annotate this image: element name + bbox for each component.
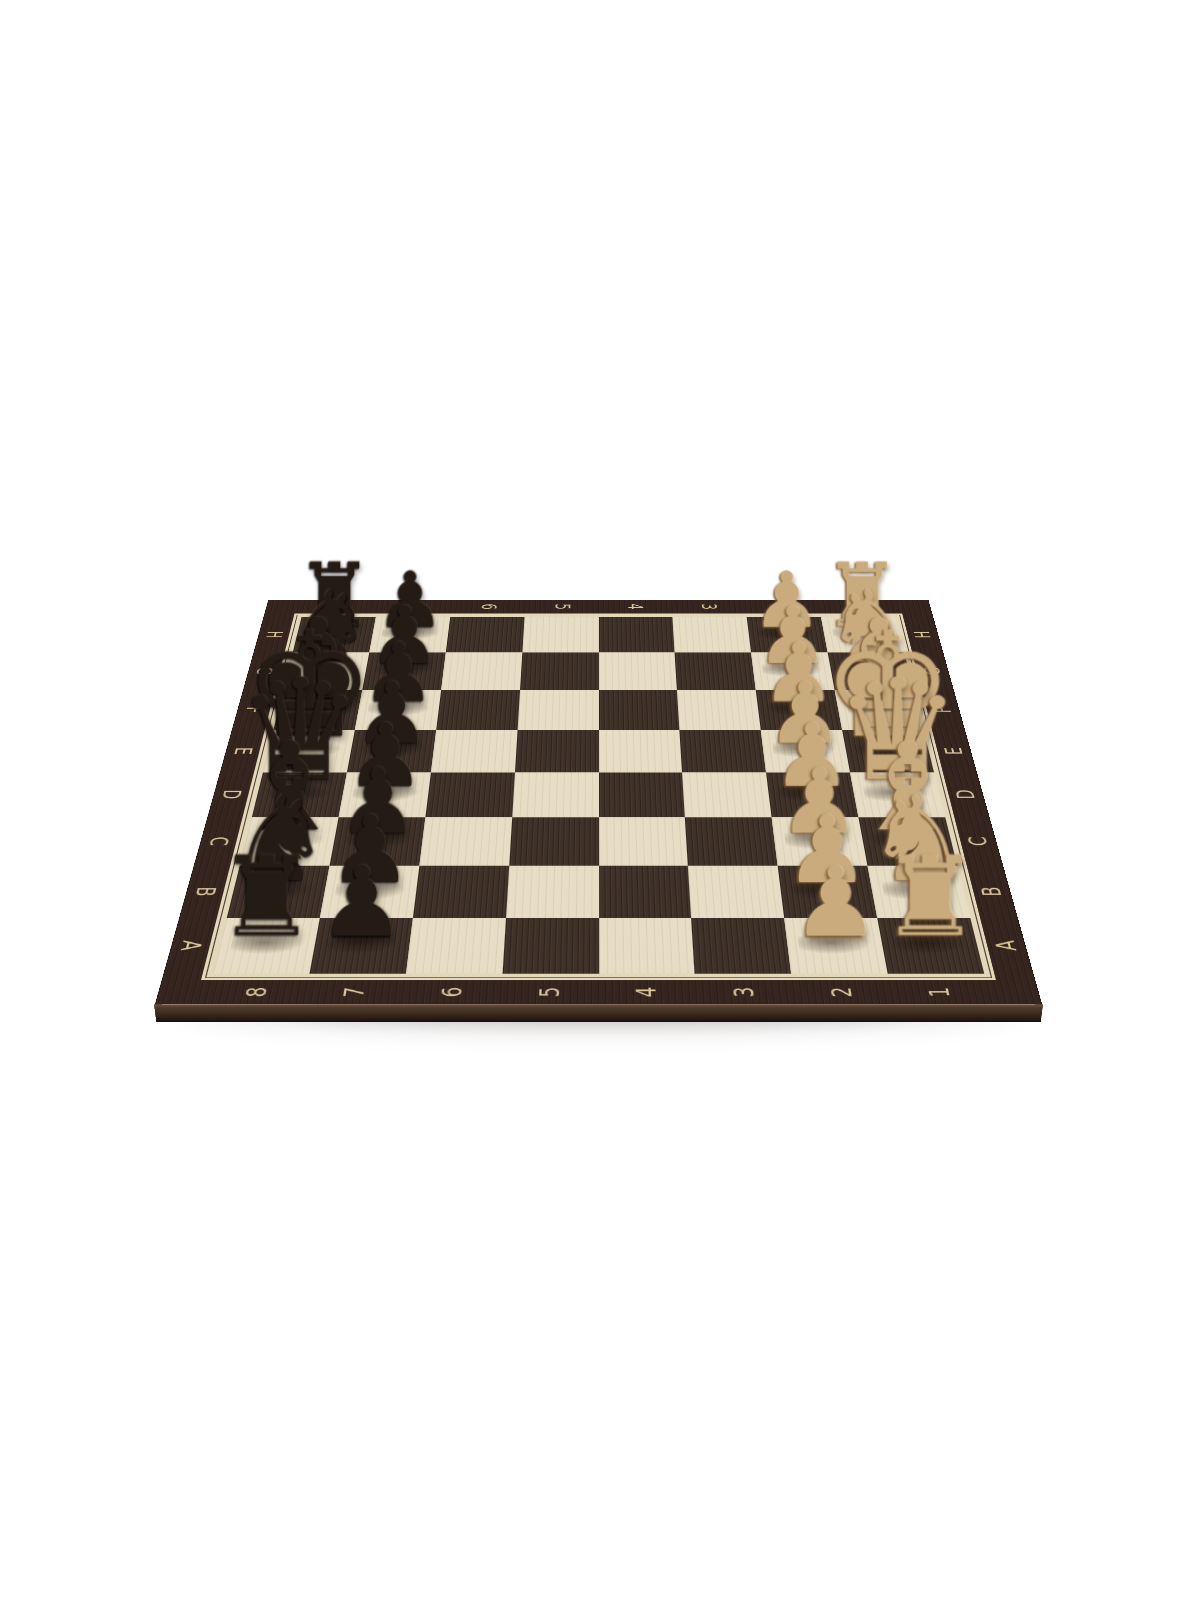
square-e5 [515, 730, 599, 772]
board-side-near [154, 1004, 1043, 1022]
square-b3 [688, 866, 784, 918]
rank-label-near-7: 7 [340, 987, 368, 997]
file-label-right-b: B [978, 887, 1006, 897]
square-g4 [598, 652, 677, 690]
square-c4 [599, 818, 689, 866]
square-a4 [599, 918, 695, 974]
piece-white-rook-a1: ♜ [881, 846, 980, 948]
square-e3 [680, 730, 767, 772]
square-f3 [677, 690, 761, 730]
square-a1: ♜ [877, 918, 984, 974]
square-a8: ♜ [213, 918, 320, 974]
rank-label-near-8: 8 [243, 987, 272, 997]
rank-label-near-4: 4 [634, 987, 661, 997]
square-a3 [691, 918, 791, 974]
rank-label-near-2: 2 [828, 987, 856, 997]
rank-label-near-1: 1 [926, 987, 955, 997]
file-label-left-a: A [176, 940, 205, 950]
square-f4 [598, 690, 679, 730]
square-d5 [512, 772, 599, 817]
piece-white-pawn-a2: ♟ [792, 858, 879, 947]
square-a2: ♟ [784, 918, 887, 974]
square-b4 [599, 866, 692, 918]
square-f6 [436, 690, 520, 730]
square-h4 [598, 617, 674, 652]
square-c3 [685, 818, 778, 866]
file-label-right-a: A [992, 940, 1021, 950]
file-label-left-b: B [191, 887, 219, 897]
rank-label-near-6: 6 [438, 987, 466, 997]
rank-label-far-6: 6 [478, 604, 499, 610]
square-h6 [446, 617, 525, 652]
square-a6 [406, 918, 506, 974]
rank-label-far-3: 3 [698, 604, 719, 610]
board-squares-grid: ♜♟♟♜♞♟♟♞♝♟♟♝♚♟♟♚♛♟♟♛♝♟♟♝♞♟♟♞♜♟♟♜ [213, 617, 984, 974]
square-a5 [502, 918, 598, 974]
square-h5 [522, 617, 598, 652]
scene: ♜♟♟♜♞♟♟♞♝♟♟♝♚♟♟♚♛♟♟♛♝♟♟♝♞♟♟♞♜♟♟♜ HGFEDCB… [0, 0, 1200, 1600]
square-c5 [509, 818, 599, 866]
square-g3 [675, 652, 756, 690]
piece-black-pawn-a7: ♟ [318, 858, 405, 947]
rank-label-far-5: 5 [551, 604, 571, 610]
square-g6 [441, 652, 522, 690]
square-d6 [425, 772, 515, 817]
square-h3 [673, 617, 752, 652]
square-c6 [419, 818, 512, 866]
square-f5 [517, 690, 598, 730]
square-b6 [413, 866, 509, 918]
square-d3 [682, 772, 772, 817]
rank-label-far-4: 4 [625, 604, 645, 610]
product-photo-canvas: ♜♟♟♜♞♟♟♞♝♟♟♝♚♟♟♚♛♟♟♛♝♟♟♝♞♟♟♞♜♟♟♜ HGFEDCB… [0, 0, 1200, 1600]
square-d4 [599, 772, 686, 817]
piece-black-rook-a8: ♜ [217, 846, 316, 948]
square-a7: ♟ [309, 918, 412, 974]
chess-board: ♜♟♟♜♞♟♟♞♝♟♟♝♚♟♟♚♛♟♟♛♝♟♟♝♞♟♟♞♜♟♟♜ HGFEDCB… [155, 600, 1042, 1004]
rank-label-near-3: 3 [731, 987, 759, 997]
square-e4 [598, 730, 682, 772]
rank-label-near-5: 5 [536, 987, 563, 997]
square-g5 [520, 652, 599, 690]
square-b5 [506, 866, 599, 918]
square-e6 [431, 730, 518, 772]
